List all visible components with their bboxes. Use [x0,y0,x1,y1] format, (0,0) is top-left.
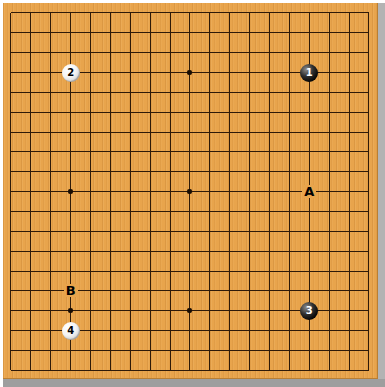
intersection-4-2[interactable] [81,43,101,63]
intersection-1-1[interactable] [21,23,41,43]
intersection-1-0[interactable] [21,3,41,23]
intersection-16-0[interactable] [319,3,339,23]
intersection-10-8[interactable] [200,162,220,182]
intersection-16-15[interactable] [319,301,339,321]
intersection-3-12[interactable] [61,241,81,261]
intersection-8-12[interactable] [160,241,180,261]
intersection-16-3[interactable] [319,63,339,83]
intersection-3-7[interactable] [61,142,81,162]
intersection-17-18[interactable] [339,360,359,380]
intersection-6-11[interactable] [120,221,140,241]
intersection-15-10[interactable] [299,202,319,222]
intersection-14-7[interactable] [279,142,299,162]
intersection-6-3[interactable] [120,63,140,83]
intersection-1-4[interactable] [21,82,41,102]
intersection-6-1[interactable] [120,23,140,43]
intersection-7-2[interactable] [140,43,160,63]
intersection-1-11[interactable] [21,221,41,241]
intersection-5-2[interactable] [100,43,120,63]
intersection-2-1[interactable] [41,23,61,43]
intersection-4-12[interactable] [81,241,101,261]
intersection-4-1[interactable] [81,23,101,43]
marker-label-A[interactable]: A [302,185,316,198]
intersection-6-16[interactable] [120,321,140,341]
intersection-8-11[interactable] [160,221,180,241]
intersection-9-18[interactable] [180,360,200,380]
intersection-14-16[interactable] [279,321,299,341]
intersection-4-4[interactable] [81,82,101,102]
intersection-12-4[interactable] [240,82,260,102]
intersection-7-4[interactable] [140,82,160,102]
intersection-0-5[interactable] [1,102,21,122]
intersection-12-10[interactable] [240,202,260,222]
intersection-7-16[interactable] [140,321,160,341]
intersection-4-3[interactable] [81,63,101,83]
intersection-14-12[interactable] [279,241,299,261]
intersection-2-7[interactable] [41,142,61,162]
intersection-7-5[interactable] [140,102,160,122]
intersection-10-9[interactable] [200,182,220,202]
intersection-13-1[interactable] [260,23,280,43]
intersection-7-14[interactable] [140,281,160,301]
intersection-17-1[interactable] [339,23,359,43]
intersection-6-0[interactable] [120,3,140,23]
marker-label-B[interactable]: B [64,284,78,297]
intersection-12-5[interactable] [240,102,260,122]
intersection-5-4[interactable] [100,82,120,102]
intersection-17-6[interactable] [339,122,359,142]
intersection-17-3[interactable] [339,63,359,83]
intersection-16-14[interactable] [319,281,339,301]
intersection-2-16[interactable] [41,321,61,341]
intersection-11-5[interactable] [220,102,240,122]
intersection-18-14[interactable] [359,281,379,301]
intersection-12-12[interactable] [240,241,260,261]
intersection-14-10[interactable] [279,202,299,222]
intersection-16-16[interactable] [319,321,339,341]
intersection-0-2[interactable] [1,43,21,63]
intersection-4-9[interactable] [81,182,101,202]
intersection-16-17[interactable] [319,341,339,361]
intersection-14-8[interactable] [279,162,299,182]
intersection-3-6[interactable] [61,122,81,142]
intersection-11-9[interactable] [220,182,240,202]
intersection-12-11[interactable] [240,221,260,241]
intersection-4-14[interactable] [81,281,101,301]
intersection-17-15[interactable] [339,301,359,321]
intersection-10-5[interactable] [200,102,220,122]
intersection-2-8[interactable] [41,162,61,182]
intersection-6-17[interactable] [120,341,140,361]
intersection-17-11[interactable] [339,221,359,241]
intersection-9-10[interactable] [180,202,200,222]
intersection-10-18[interactable] [200,360,220,380]
intersection-1-15[interactable] [21,301,41,321]
intersection-5-12[interactable] [100,241,120,261]
intersection-11-13[interactable] [220,261,240,281]
intersection-6-13[interactable] [120,261,140,281]
intersection-13-18[interactable] [260,360,280,380]
intersection-14-11[interactable] [279,221,299,241]
intersection-9-15[interactable] [180,301,200,321]
intersection-10-17[interactable] [200,341,220,361]
intersection-13-16[interactable] [260,321,280,341]
intersection-15-5[interactable] [299,102,319,122]
intersection-3-11[interactable] [61,221,81,241]
intersection-14-18[interactable] [279,360,299,380]
intersection-5-3[interactable] [100,63,120,83]
intersection-13-12[interactable] [260,241,280,261]
intersection-7-3[interactable] [140,63,160,83]
intersection-13-10[interactable] [260,202,280,222]
intersection-15-14[interactable] [299,281,319,301]
intersection-12-2[interactable] [240,43,260,63]
intersection-5-6[interactable] [100,122,120,142]
intersection-6-14[interactable] [120,281,140,301]
intersection-13-9[interactable] [260,182,280,202]
intersection-17-0[interactable] [339,3,359,23]
intersection-6-7[interactable] [120,142,140,162]
intersection-1-2[interactable] [21,43,41,63]
intersection-6-2[interactable] [120,43,140,63]
intersection-10-15[interactable] [200,301,220,321]
intersection-12-1[interactable] [240,23,260,43]
intersection-4-5[interactable] [81,102,101,122]
intersection-12-7[interactable] [240,142,260,162]
intersection-0-12[interactable] [1,241,21,261]
intersection-18-17[interactable] [359,341,379,361]
intersection-4-7[interactable] [81,142,101,162]
intersection-2-5[interactable] [41,102,61,122]
intersection-0-11[interactable] [1,221,21,241]
intersection-0-16[interactable] [1,321,21,341]
intersection-10-3[interactable] [200,63,220,83]
intersection-0-14[interactable] [1,281,21,301]
intersection-18-1[interactable] [359,23,379,43]
intersection-5-15[interactable] [100,301,120,321]
intersection-12-13[interactable] [240,261,260,281]
intersection-16-9[interactable] [319,182,339,202]
intersection-7-7[interactable] [140,142,160,162]
intersection-3-18[interactable] [61,360,81,380]
intersection-15-18[interactable] [299,360,319,380]
intersection-10-0[interactable] [200,3,220,23]
intersection-3-8[interactable] [61,162,81,182]
intersection-6-5[interactable] [120,102,140,122]
intersection-18-0[interactable] [359,3,379,23]
intersection-15-13[interactable] [299,261,319,281]
intersection-7-0[interactable] [140,3,160,23]
intersection-6-9[interactable] [120,182,140,202]
intersection-12-16[interactable] [240,321,260,341]
intersection-11-7[interactable] [220,142,240,162]
intersection-14-15[interactable] [279,301,299,321]
intersection-8-9[interactable] [160,182,180,202]
intersection-0-1[interactable] [1,23,21,43]
intersection-0-4[interactable] [1,82,21,102]
intersection-8-4[interactable] [160,82,180,102]
intersection-17-10[interactable] [339,202,359,222]
intersection-10-2[interactable] [200,43,220,63]
intersection-0-10[interactable] [1,202,21,222]
intersection-17-13[interactable] [339,261,359,281]
intersection-10-6[interactable] [200,122,220,142]
intersection-5-18[interactable] [100,360,120,380]
intersection-5-8[interactable] [100,162,120,182]
intersection-3-10[interactable] [61,202,81,222]
intersection-2-17[interactable] [41,341,61,361]
intersection-1-6[interactable] [21,122,41,142]
intersection-9-5[interactable] [180,102,200,122]
intersection-16-10[interactable] [319,202,339,222]
intersection-11-3[interactable] [220,63,240,83]
intersection-5-13[interactable] [100,261,120,281]
intersection-12-18[interactable] [240,360,260,380]
intersection-5-10[interactable] [100,202,120,222]
intersection-13-4[interactable] [260,82,280,102]
intersection-12-15[interactable] [240,301,260,321]
intersection-18-3[interactable] [359,63,379,83]
intersection-3-16[interactable]: 4 [61,321,81,341]
intersection-3-13[interactable] [61,261,81,281]
intersection-4-10[interactable] [81,202,101,222]
intersection-8-18[interactable] [160,360,180,380]
intersection-6-10[interactable] [120,202,140,222]
intersection-7-18[interactable] [140,360,160,380]
intersection-1-10[interactable] [21,202,41,222]
intersection-15-15[interactable]: 3 [299,301,319,321]
intersection-8-8[interactable] [160,162,180,182]
intersection-8-13[interactable] [160,261,180,281]
intersection-18-10[interactable] [359,202,379,222]
intersection-3-5[interactable] [61,102,81,122]
intersection-7-13[interactable] [140,261,160,281]
intersection-10-12[interactable] [200,241,220,261]
intersection-13-3[interactable] [260,63,280,83]
intersection-6-6[interactable] [120,122,140,142]
intersection-11-12[interactable] [220,241,240,261]
intersection-6-4[interactable] [120,82,140,102]
intersection-0-9[interactable] [1,182,21,202]
intersection-3-0[interactable] [61,3,81,23]
intersection-1-17[interactable] [21,341,41,361]
intersection-9-4[interactable] [180,82,200,102]
intersection-10-14[interactable] [200,281,220,301]
intersection-4-17[interactable] [81,341,101,361]
intersection-3-14[interactable]: B [61,281,81,301]
intersection-9-11[interactable] [180,221,200,241]
intersection-18-16[interactable] [359,321,379,341]
intersection-14-5[interactable] [279,102,299,122]
intersection-14-14[interactable] [279,281,299,301]
intersection-16-12[interactable] [319,241,339,261]
intersection-10-1[interactable] [200,23,220,43]
intersection-1-14[interactable] [21,281,41,301]
intersection-3-9[interactable] [61,182,81,202]
intersection-7-6[interactable] [140,122,160,142]
intersection-9-2[interactable] [180,43,200,63]
intersection-4-15[interactable] [81,301,101,321]
intersection-15-0[interactable] [299,3,319,23]
intersection-10-13[interactable] [200,261,220,281]
intersection-2-3[interactable] [41,63,61,83]
intersection-5-16[interactable] [100,321,120,341]
intersection-14-4[interactable] [279,82,299,102]
intersection-2-15[interactable] [41,301,61,321]
intersection-5-5[interactable] [100,102,120,122]
intersection-17-2[interactable] [339,43,359,63]
intersection-5-17[interactable] [100,341,120,361]
intersection-16-2[interactable] [319,43,339,63]
intersection-1-8[interactable] [21,162,41,182]
intersection-1-5[interactable] [21,102,41,122]
intersection-18-6[interactable] [359,122,379,142]
intersection-18-4[interactable] [359,82,379,102]
intersection-0-0[interactable] [1,3,21,23]
intersection-4-18[interactable] [81,360,101,380]
intersection-14-1[interactable] [279,23,299,43]
intersection-2-4[interactable] [41,82,61,102]
intersection-11-18[interactable] [220,360,240,380]
intersection-11-15[interactable] [220,301,240,321]
intersection-1-3[interactable] [21,63,41,83]
intersection-10-16[interactable] [200,321,220,341]
intersection-11-2[interactable] [220,43,240,63]
intersection-9-3[interactable] [180,63,200,83]
intersection-13-8[interactable] [260,162,280,182]
intersection-6-18[interactable] [120,360,140,380]
intersection-12-14[interactable] [240,281,260,301]
intersection-1-12[interactable] [21,241,41,261]
intersection-18-2[interactable] [359,43,379,63]
intersection-8-17[interactable] [160,341,180,361]
intersection-9-14[interactable] [180,281,200,301]
intersection-18-8[interactable] [359,162,379,182]
intersection-16-5[interactable] [319,102,339,122]
intersection-4-0[interactable] [81,3,101,23]
intersection-4-6[interactable] [81,122,101,142]
intersection-8-3[interactable] [160,63,180,83]
intersection-8-2[interactable] [160,43,180,63]
intersection-0-7[interactable] [1,142,21,162]
intersection-0-6[interactable] [1,122,21,142]
intersection-3-4[interactable] [61,82,81,102]
intersection-13-15[interactable] [260,301,280,321]
intersection-11-14[interactable] [220,281,240,301]
intersection-16-4[interactable] [319,82,339,102]
intersection-0-13[interactable] [1,261,21,281]
intersection-17-9[interactable] [339,182,359,202]
intersection-7-1[interactable] [140,23,160,43]
intersection-8-0[interactable] [160,3,180,23]
intersection-10-11[interactable] [200,221,220,241]
intersection-9-0[interactable] [180,3,200,23]
intersection-13-11[interactable] [260,221,280,241]
intersection-18-11[interactable] [359,221,379,241]
intersection-15-2[interactable] [299,43,319,63]
intersection-18-5[interactable] [359,102,379,122]
intersection-16-6[interactable] [319,122,339,142]
intersection-17-4[interactable] [339,82,359,102]
intersection-12-17[interactable] [240,341,260,361]
intersection-1-9[interactable] [21,182,41,202]
intersection-13-2[interactable] [260,43,280,63]
intersection-13-17[interactable] [260,341,280,361]
intersection-17-5[interactable] [339,102,359,122]
intersection-11-11[interactable] [220,221,240,241]
intersection-15-16[interactable] [299,321,319,341]
intersection-15-7[interactable] [299,142,319,162]
intersection-6-8[interactable] [120,162,140,182]
intersection-8-14[interactable] [160,281,180,301]
intersection-8-5[interactable] [160,102,180,122]
intersection-14-6[interactable] [279,122,299,142]
intersection-9-6[interactable] [180,122,200,142]
intersection-18-7[interactable] [359,142,379,162]
intersection-1-18[interactable] [21,360,41,380]
intersection-3-2[interactable] [61,43,81,63]
intersection-3-17[interactable] [61,341,81,361]
intersection-5-11[interactable] [100,221,120,241]
intersection-0-17[interactable] [1,341,21,361]
intersection-1-16[interactable] [21,321,41,341]
intersection-17-7[interactable] [339,142,359,162]
intersection-2-14[interactable] [41,281,61,301]
intersection-12-6[interactable] [240,122,260,142]
intersection-2-18[interactable] [41,360,61,380]
intersection-14-2[interactable] [279,43,299,63]
intersection-7-10[interactable] [140,202,160,222]
intersection-4-13[interactable] [81,261,101,281]
intersection-16-7[interactable] [319,142,339,162]
intersection-14-17[interactable] [279,341,299,361]
intersection-16-1[interactable] [319,23,339,43]
intersection-9-13[interactable] [180,261,200,281]
intersection-0-18[interactable] [1,360,21,380]
intersection-11-6[interactable] [220,122,240,142]
intersection-8-15[interactable] [160,301,180,321]
intersection-15-4[interactable] [299,82,319,102]
intersection-11-1[interactable] [220,23,240,43]
intersection-13-5[interactable] [260,102,280,122]
intersection-16-18[interactable] [319,360,339,380]
intersection-3-15[interactable] [61,301,81,321]
intersection-7-17[interactable] [140,341,160,361]
intersection-13-7[interactable] [260,142,280,162]
intersection-16-8[interactable] [319,162,339,182]
intersection-4-8[interactable] [81,162,101,182]
intersection-10-4[interactable] [200,82,220,102]
intersection-9-7[interactable] [180,142,200,162]
intersection-18-9[interactable] [359,182,379,202]
intersection-2-11[interactable] [41,221,61,241]
intersection-7-15[interactable] [140,301,160,321]
intersection-4-11[interactable] [81,221,101,241]
intersection-11-0[interactable] [220,3,240,23]
intersection-14-9[interactable] [279,182,299,202]
intersection-11-16[interactable] [220,321,240,341]
intersection-2-9[interactable] [41,182,61,202]
intersection-15-1[interactable] [299,23,319,43]
intersection-18-18[interactable] [359,360,379,380]
intersection-6-12[interactable] [120,241,140,261]
intersection-10-7[interactable] [200,142,220,162]
intersection-15-9[interactable]: A [299,182,319,202]
intersection-9-16[interactable] [180,321,200,341]
intersection-9-8[interactable] [180,162,200,182]
intersection-12-3[interactable] [240,63,260,83]
intersection-5-7[interactable] [100,142,120,162]
